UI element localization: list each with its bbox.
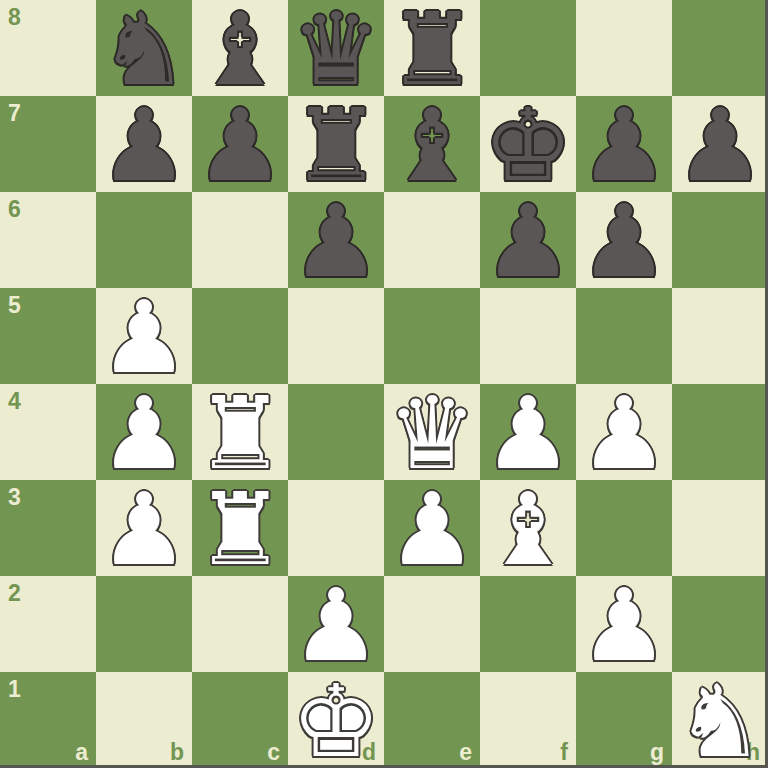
square-a6[interactable]: 6 (0, 192, 96, 288)
piece-white-rook-c3[interactable]: ♜ (192, 482, 288, 578)
rank-label-1: 1 (8, 678, 21, 701)
piece-white-knight-h1[interactable]: ♞ (672, 674, 768, 768)
file-label-e: e (459, 741, 472, 764)
square-a3[interactable]: 3 (0, 480, 96, 576)
rank-label-4: 4 (8, 390, 21, 413)
square-c8[interactable]: ♝ (192, 0, 288, 96)
square-f6[interactable]: ♟ (480, 192, 576, 288)
square-f1[interactable]: f (480, 672, 576, 768)
square-h8[interactable] (672, 0, 768, 96)
square-e2[interactable] (384, 576, 480, 672)
piece-black-bishop-e7[interactable]: ♝ (384, 98, 480, 194)
square-f5[interactable] (480, 288, 576, 384)
square-f3[interactable]: ♝ (480, 480, 576, 576)
piece-black-bishop-c8[interactable]: ♝ (192, 2, 288, 98)
square-b3[interactable]: ♟ (96, 480, 192, 576)
piece-white-pawn-f4[interactable]: ♟ (480, 386, 576, 482)
square-c5[interactable] (192, 288, 288, 384)
square-d8[interactable]: ♛ (288, 0, 384, 96)
file-label-a: a (75, 741, 88, 764)
piece-black-pawn-c7[interactable]: ♟ (192, 98, 288, 194)
square-h7[interactable]: ♟ (672, 96, 768, 192)
file-label-f: f (560, 741, 568, 764)
piece-white-pawn-g2[interactable]: ♟ (576, 578, 672, 674)
square-g2[interactable]: ♟ (576, 576, 672, 672)
square-h4[interactable] (672, 384, 768, 480)
square-f2[interactable] (480, 576, 576, 672)
square-f7[interactable]: ♚ (480, 96, 576, 192)
square-d2[interactable]: ♟ (288, 576, 384, 672)
rank-label-8: 8 (8, 6, 21, 29)
square-g6[interactable]: ♟ (576, 192, 672, 288)
square-b7[interactable]: ♟ (96, 96, 192, 192)
piece-white-queen-e4[interactable]: ♛ (384, 386, 480, 482)
square-g3[interactable] (576, 480, 672, 576)
piece-black-pawn-b7[interactable]: ♟ (96, 98, 192, 194)
square-b6[interactable] (96, 192, 192, 288)
square-g4[interactable]: ♟ (576, 384, 672, 480)
square-c4[interactable]: ♜ (192, 384, 288, 480)
file-label-g: g (650, 741, 664, 764)
square-g5[interactable] (576, 288, 672, 384)
square-g7[interactable]: ♟ (576, 96, 672, 192)
rank-label-7: 7 (8, 102, 21, 125)
square-c2[interactable] (192, 576, 288, 672)
square-h2[interactable] (672, 576, 768, 672)
piece-black-rook-d7[interactable]: ♜ (288, 98, 384, 194)
square-h1[interactable]: h♞ (672, 672, 768, 768)
square-a8[interactable]: 8 (0, 0, 96, 96)
piece-white-rook-c4[interactable]: ♜ (192, 386, 288, 482)
piece-white-bishop-f3[interactable]: ♝ (480, 482, 576, 578)
square-e1[interactable]: e (384, 672, 480, 768)
square-d5[interactable] (288, 288, 384, 384)
square-a1[interactable]: 1a (0, 672, 96, 768)
square-d1[interactable]: d♚ (288, 672, 384, 768)
piece-black-knight-b8[interactable]: ♞ (96, 2, 192, 98)
piece-white-pawn-b4[interactable]: ♟ (96, 386, 192, 482)
square-g1[interactable]: g (576, 672, 672, 768)
square-a4[interactable]: 4 (0, 384, 96, 480)
square-b4[interactable]: ♟ (96, 384, 192, 480)
piece-white-pawn-e3[interactable]: ♟ (384, 482, 480, 578)
piece-black-pawn-d6[interactable]: ♟ (288, 194, 384, 290)
square-a7[interactable]: 7 (0, 96, 96, 192)
piece-black-pawn-f6[interactable]: ♟ (480, 194, 576, 290)
piece-white-king-d1[interactable]: ♚ (288, 674, 384, 768)
piece-black-king-f7[interactable]: ♚ (480, 98, 576, 194)
square-a2[interactable]: 2 (0, 576, 96, 672)
rank-label-2: 2 (8, 582, 21, 605)
square-e8[interactable]: ♜ (384, 0, 480, 96)
square-d6[interactable]: ♟ (288, 192, 384, 288)
square-e4[interactable]: ♛ (384, 384, 480, 480)
square-b2[interactable] (96, 576, 192, 672)
chess-board-container: 8♞♝♛♜7♟♟♜♝♚♟♟6♟♟♟5♟4♟♜♛♟♟3♟♜♟♝2♟♟1abcd♚e… (0, 0, 768, 768)
square-e5[interactable] (384, 288, 480, 384)
square-g8[interactable] (576, 0, 672, 96)
rank-label-6: 6 (8, 198, 21, 221)
piece-black-pawn-g7[interactable]: ♟ (576, 98, 672, 194)
file-label-c: c (267, 741, 280, 764)
square-b1[interactable]: b (96, 672, 192, 768)
square-f8[interactable] (480, 0, 576, 96)
square-d4[interactable] (288, 384, 384, 480)
square-e3[interactable]: ♟ (384, 480, 480, 576)
piece-black-pawn-g6[interactable]: ♟ (576, 194, 672, 290)
rank-label-3: 3 (8, 486, 21, 509)
square-d3[interactable] (288, 480, 384, 576)
piece-black-queen-d8[interactable]: ♛ (288, 2, 384, 98)
square-h3[interactable] (672, 480, 768, 576)
piece-white-pawn-d2[interactable]: ♟ (288, 578, 384, 674)
square-b8[interactable]: ♞ (96, 0, 192, 96)
piece-black-rook-e8[interactable]: ♜ (384, 2, 480, 98)
file-label-b: b (170, 741, 184, 764)
piece-black-pawn-h7[interactable]: ♟ (672, 98, 768, 194)
square-c1[interactable]: c (192, 672, 288, 768)
square-b5[interactable]: ♟ (96, 288, 192, 384)
square-h6[interactable] (672, 192, 768, 288)
square-c7[interactable]: ♟ (192, 96, 288, 192)
square-d7[interactable]: ♜ (288, 96, 384, 192)
square-a5[interactable]: 5 (0, 288, 96, 384)
square-h5[interactable] (672, 288, 768, 384)
square-f4[interactable]: ♟ (480, 384, 576, 480)
square-c6[interactable] (192, 192, 288, 288)
square-e6[interactable] (384, 192, 480, 288)
piece-white-pawn-g4[interactable]: ♟ (576, 386, 672, 482)
piece-white-pawn-b5[interactable]: ♟ (96, 290, 192, 386)
chess-board: 8♞♝♛♜7♟♟♜♝♚♟♟6♟♟♟5♟4♟♜♛♟♟3♟♜♟♝2♟♟1abcd♚e… (0, 0, 768, 768)
square-c3[interactable]: ♜ (192, 480, 288, 576)
piece-white-pawn-b3[interactable]: ♟ (96, 482, 192, 578)
square-e7[interactable]: ♝ (384, 96, 480, 192)
rank-label-5: 5 (8, 294, 21, 317)
